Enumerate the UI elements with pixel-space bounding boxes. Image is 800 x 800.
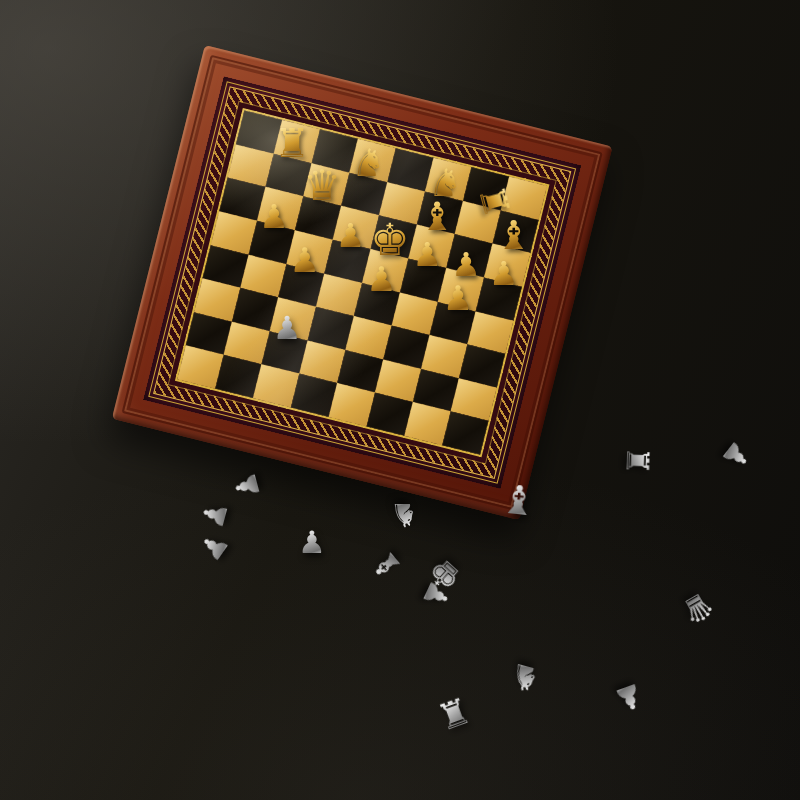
piece-silver-pawn-c3[interactable]: ♟ (268, 298, 315, 341)
scattered-silver-rook-10[interactable]: ♜ (614, 436, 642, 467)
knight-glyph: ♞ (505, 658, 543, 699)
piece-gold-pawn-b6[interactable]: ♟ (255, 185, 302, 230)
scattered-silver-knight-5[interactable]: ♞ (390, 480, 419, 512)
bishop-glyph: ♝ (364, 543, 408, 587)
pawn-glyph: ♟ (298, 527, 326, 558)
scattered-silver-bishop-6[interactable]: ♝ (379, 533, 409, 566)
scattered-silver-pawn-2[interactable]: ♟ (211, 493, 238, 523)
rook-glyph: ♜ (274, 123, 310, 163)
scattered-silver-pawn-11[interactable]: ♟ (716, 426, 743, 456)
scattered-silver-rook-13[interactable]: ♜ (442, 696, 474, 732)
scattered-silver-pawn-4[interactable]: ♟ (298, 527, 326, 558)
pawn-glyph: ♟ (610, 678, 648, 718)
pawn-glyph: ♟ (197, 498, 233, 532)
pawn-glyph: ♟ (289, 242, 319, 276)
pawn-glyph: ♟ (366, 261, 396, 295)
piece-gold-pawn-c5[interactable]: ♟ (285, 231, 332, 274)
queen-glyph: ♛ (303, 165, 341, 207)
pawn-glyph: ♟ (716, 436, 756, 476)
queen-glyph: ♛ (675, 585, 720, 631)
piece-gold-queen-c7[interactable]: ♛ (303, 161, 350, 205)
scattered-silver-pawn-1[interactable]: ♟ (243, 459, 270, 489)
pawn-glyph: ♟ (336, 219, 366, 252)
scattered-silver-pawn-8[interactable]: ♟ (415, 567, 442, 597)
rook-glyph: ♜ (433, 692, 476, 737)
pawn-glyph: ♟ (442, 281, 472, 315)
scattered-silver-pawn-3[interactable]: ♟ (209, 528, 236, 558)
chess-board: ♜♞♞♜♛♝♝♚♟♟♟♟♟♟♟♟♟ (112, 45, 613, 520)
rook-glyph: ♜ (621, 446, 653, 475)
product-photo-scene: ♜♞♞♜♛♝♝♚♟♟♟♟♟♟♟♟♟ ♟♟♟♟♞♝♚♟♝♜♟♛♜♞♟ (0, 0, 800, 800)
pawn-glyph: ♟ (195, 527, 235, 566)
knight-glyph: ♞ (390, 499, 419, 531)
bishop-glyph: ♝ (498, 478, 538, 522)
knight-glyph: ♞ (352, 144, 386, 182)
pawn-glyph: ♟ (413, 238, 443, 271)
scattered-silver-knight-14[interactable]: ♞ (512, 641, 542, 675)
pawn-glyph: ♟ (273, 312, 302, 344)
pawn-glyph: ♟ (260, 200, 290, 233)
scattered-silver-pawn-15[interactable]: ♟ (612, 663, 641, 695)
pawn-glyph: ♟ (490, 257, 520, 290)
scattered-silver-bishop-9[interactable]: ♝ (499, 480, 535, 520)
scattered-silver-queen-12[interactable]: ♛ (676, 571, 707, 606)
